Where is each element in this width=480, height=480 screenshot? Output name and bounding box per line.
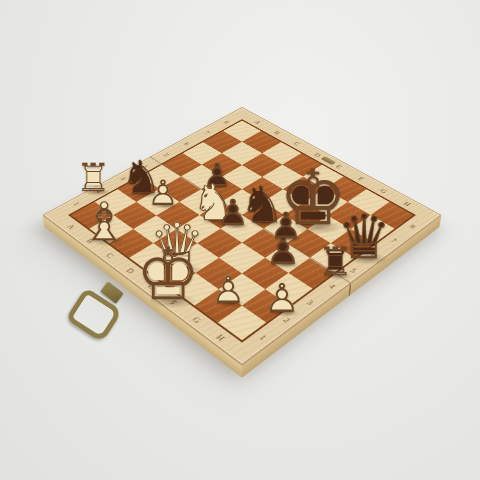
white-bishop-c1[interactable]: ♝♗ — [80, 195, 128, 248]
page-background: { "game": "chess", "scene": "wooden fold… — [0, 0, 480, 480]
black-pawn-g4[interactable]: ♟♙ — [266, 231, 301, 270]
white-pawn-h3[interactable]: ♟♙ — [264, 278, 300, 318]
brass-clasp-icon — [70, 284, 128, 334]
white-king-f1[interactable]: ♚♔ — [136, 238, 201, 310]
white-pawn-c3[interactable]: ♟♙ — [147, 176, 178, 211]
black-rook-h5[interactable]: ♜♖ — [318, 242, 353, 281]
pieces-layer: ♟♙♜♖♞♘♟♙♞♘♞♘♟♙♚♔♟♙♝♗♛♕♟♙♛♕♜♖♚♔♟♙♟♙ — [0, 0, 480, 480]
white-pawn-g2[interactable]: ♟♙ — [211, 271, 245, 309]
black-pawn-e3[interactable]: ♟♙ — [217, 195, 249, 231]
